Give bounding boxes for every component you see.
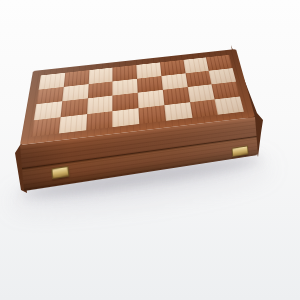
square-r4c2-light — [59, 114, 87, 134]
square-r4c1-dark — [31, 117, 60, 137]
square-r4c4-light — [113, 108, 140, 127]
square-r4c3-dark — [86, 111, 113, 130]
square-r4c8-light — [215, 96, 244, 115]
square-r4c6-light — [164, 102, 192, 121]
square-r4c7-dark — [190, 99, 218, 118]
square-r4c5-dark — [138, 105, 165, 124]
studio-background — [0, 0, 300, 300]
